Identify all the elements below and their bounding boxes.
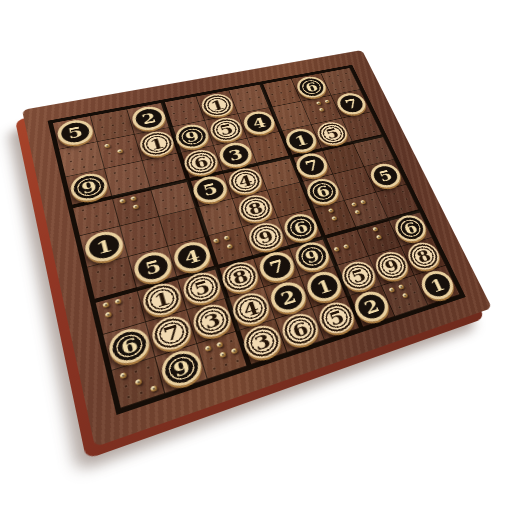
tile-digit: 4 xyxy=(182,246,202,267)
tile-digit: 5 xyxy=(326,306,347,328)
peg[interactable] xyxy=(114,298,122,305)
tile-digit: 6 xyxy=(119,333,140,357)
tile-digit: 5 xyxy=(66,123,84,140)
tile-digit: 9 xyxy=(382,255,402,275)
peg[interactable] xyxy=(333,246,340,252)
peg[interactable] xyxy=(104,143,111,148)
tile-digit: 4 xyxy=(250,114,268,130)
tile-digit: 7 xyxy=(267,256,287,276)
peg[interactable] xyxy=(328,208,335,214)
tile-digit: 3 xyxy=(202,308,223,331)
tile-digit: 6 xyxy=(313,182,332,200)
peg[interactable] xyxy=(102,302,110,309)
sudoku-photo-stage: 5216195479631554718655496158796673421598… xyxy=(0,0,518,518)
peg[interactable] xyxy=(134,378,142,386)
peg[interactable] xyxy=(376,234,383,240)
peg[interactable] xyxy=(388,287,395,293)
tile-digit: 6 xyxy=(290,318,311,341)
peg[interactable] xyxy=(119,372,127,380)
tile-digit: 1 xyxy=(314,275,334,296)
peg[interactable] xyxy=(150,385,158,393)
peg[interactable] xyxy=(132,204,139,210)
peg[interactable] xyxy=(219,351,227,358)
tile-digit: 9 xyxy=(171,355,193,380)
peg[interactable] xyxy=(230,347,238,354)
tile-digit: 6 xyxy=(401,218,420,236)
peg[interactable] xyxy=(372,226,379,232)
peg[interactable] xyxy=(130,196,137,202)
tile-digit: 4 xyxy=(236,172,255,190)
tile-digit: 7 xyxy=(343,96,360,111)
peg[interactable] xyxy=(331,216,338,222)
tile-digit: 8 xyxy=(246,198,265,217)
peg[interactable] xyxy=(104,311,112,318)
tile-digit: 6 xyxy=(192,153,210,170)
tile-digit: 5 xyxy=(323,125,341,141)
tile-digit: 8 xyxy=(230,266,250,287)
peg[interactable] xyxy=(204,345,212,352)
tile-digit: 9 xyxy=(256,226,275,246)
tile-digit: 1 xyxy=(148,135,166,152)
tile-digit: 3 xyxy=(252,330,273,353)
tile-digit: 1 xyxy=(152,287,173,309)
peg[interactable] xyxy=(354,209,361,215)
sudoku-board: 5216195479631554718655496158796673421598… xyxy=(22,50,492,447)
tile-digit: 1 xyxy=(292,132,310,148)
peg[interactable] xyxy=(319,108,325,113)
peg[interactable] xyxy=(216,341,224,348)
sudoku-grid: 5216195479631554718655496158796673421598… xyxy=(53,68,460,409)
peg[interactable] xyxy=(398,284,405,290)
peg[interactable] xyxy=(223,235,230,241)
tile-digit: 5 xyxy=(143,256,163,277)
tile-digit: 5 xyxy=(201,180,220,198)
tile-digit: 5 xyxy=(192,276,212,298)
tile-digit: 3 xyxy=(226,146,244,163)
tile-digit: 5 xyxy=(348,265,368,285)
tile-digit: 9 xyxy=(79,177,98,196)
peg[interactable] xyxy=(360,199,367,204)
peg[interactable] xyxy=(351,202,358,207)
tile-digit: 9 xyxy=(183,128,201,145)
peg[interactable] xyxy=(324,99,330,103)
peg[interactable] xyxy=(213,238,220,244)
tile-digit: 1 xyxy=(94,235,114,256)
peg[interactable] xyxy=(226,243,233,249)
tile-digit: 6 xyxy=(303,79,320,93)
tile-digit: 6 xyxy=(291,217,310,236)
board-frame: 5216195479631554718655496158796673421598… xyxy=(48,65,466,415)
tile-digit: 5 xyxy=(217,121,235,137)
peg[interactable] xyxy=(117,149,124,154)
peg[interactable] xyxy=(343,244,350,250)
tile-digit: 5 xyxy=(376,167,394,184)
peg[interactable] xyxy=(119,198,126,204)
tile-digit: 2 xyxy=(140,110,158,126)
tile-digit: 8 xyxy=(414,246,433,265)
tile-digit: 1 xyxy=(208,97,225,112)
tile-9-dark[interactable]: 9 xyxy=(158,346,205,391)
tile-digit: 7 xyxy=(303,156,321,173)
tile-digit: 7 xyxy=(161,320,182,344)
tile-digit: 2 xyxy=(278,286,298,308)
tile-digit: 2 xyxy=(361,295,381,316)
tile-digit: 9 xyxy=(302,246,322,266)
peg[interactable] xyxy=(316,101,322,105)
tile-digit: 4 xyxy=(241,297,262,319)
tile-digit: 1 xyxy=(427,274,447,294)
peg[interactable] xyxy=(402,292,409,298)
